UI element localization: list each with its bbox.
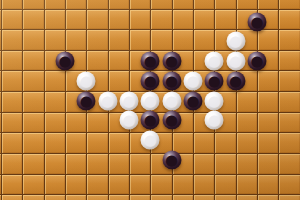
stone-white[interactable]: ● xyxy=(205,111,224,130)
stone-white[interactable]: ● xyxy=(226,52,245,71)
stone-black[interactable]: ● xyxy=(226,71,245,90)
stone-black[interactable]: ● xyxy=(77,91,96,110)
stone-black[interactable]: ● xyxy=(55,52,74,71)
stone-white[interactable]: ● xyxy=(205,52,224,71)
stone-black[interactable]: ● xyxy=(162,150,181,169)
stone-black[interactable]: ● xyxy=(162,111,181,130)
stone-black[interactable]: ● xyxy=(247,12,266,31)
stone-black[interactable]: ● xyxy=(205,71,224,90)
stone-white[interactable]: ● xyxy=(77,71,96,90)
stones-layer: ●●●●●●●●●●●●●●●●●●●●●●●●●●● xyxy=(0,0,300,200)
stone-white[interactable]: ● xyxy=(205,91,224,110)
stone-white[interactable]: ● xyxy=(226,32,245,51)
stone-black[interactable]: ● xyxy=(183,91,202,110)
stone-white[interactable]: ● xyxy=(98,91,117,110)
stone-black[interactable]: ● xyxy=(141,52,160,71)
stone-black[interactable]: ● xyxy=(162,52,181,71)
gomoku-board: ●●●●●●●●●●●●●●●●●●●●●●●●●●● xyxy=(0,0,300,200)
stone-white[interactable]: ● xyxy=(162,91,181,110)
stone-black[interactable]: ● xyxy=(141,111,160,130)
stone-white[interactable]: ● xyxy=(183,71,202,90)
stone-black[interactable]: ● xyxy=(162,71,181,90)
stone-black[interactable]: ● xyxy=(141,71,160,90)
stone-white[interactable]: ● xyxy=(141,91,160,110)
stone-white[interactable]: ● xyxy=(119,111,138,130)
stone-black[interactable]: ● xyxy=(247,52,266,71)
stone-white[interactable]: ● xyxy=(141,131,160,150)
stone-white[interactable]: ● xyxy=(119,91,138,110)
